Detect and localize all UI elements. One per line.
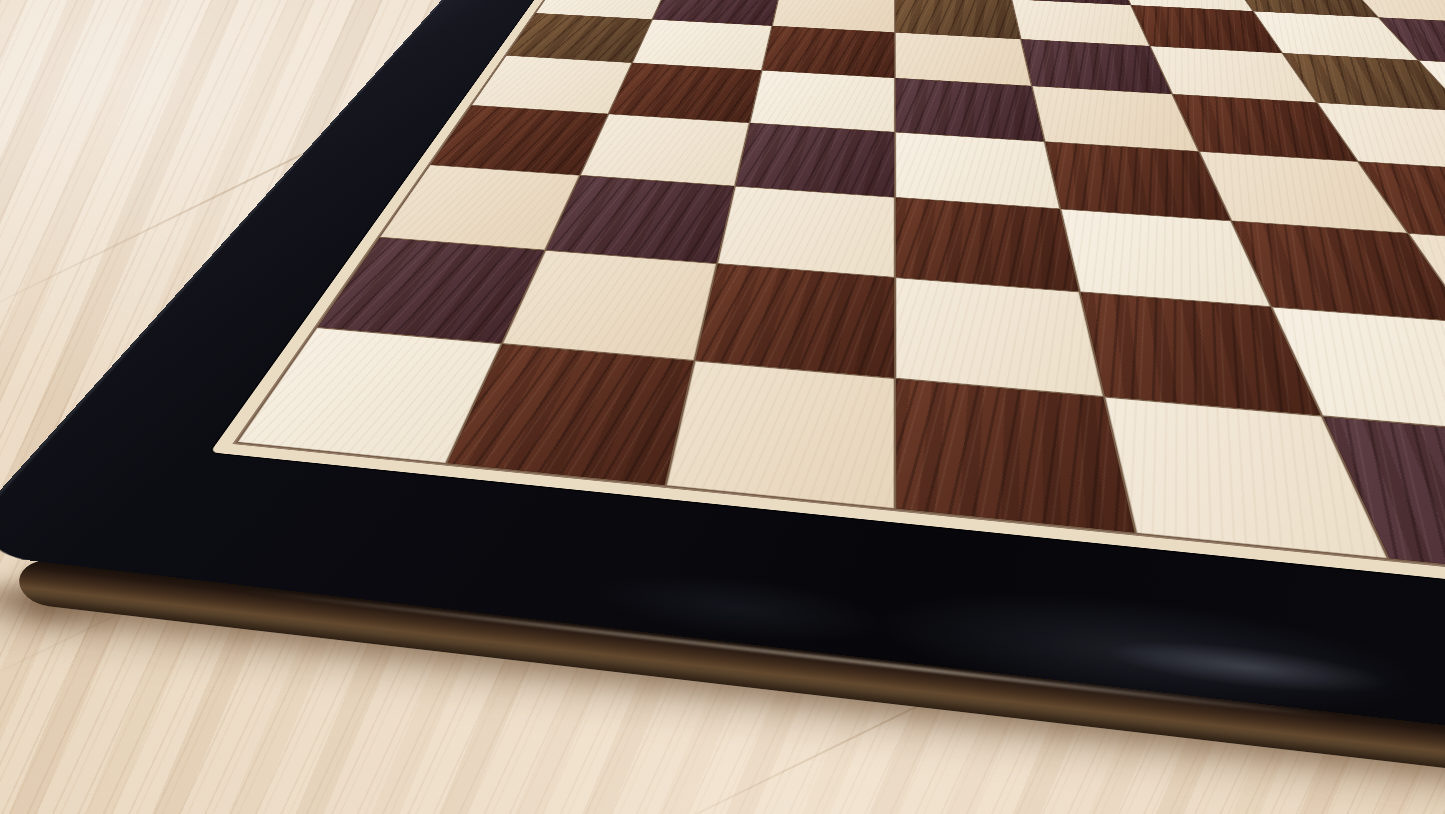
square-c2 [696, 264, 895, 378]
square-d5 [896, 78, 1044, 141]
square-a4 [431, 106, 608, 175]
square-e7 [1012, 0, 1149, 46]
square-d6 [895, 33, 1031, 86]
square-d3 [896, 198, 1079, 292]
square-a5 [472, 56, 631, 114]
square-a3 [380, 165, 579, 250]
square-c1 [667, 361, 894, 508]
square-d4 [896, 132, 1060, 208]
square-d1 [896, 379, 1135, 533]
square-b4 [581, 114, 749, 186]
square-e6 [1021, 39, 1171, 93]
square-c5 [750, 71, 894, 132]
maple-inlay-border [210, 0, 1445, 664]
square-c6 [762, 26, 894, 78]
square-c3 [718, 187, 894, 278]
square-b6 [633, 20, 772, 70]
perspective-wrapper [0, 0, 1445, 814]
square-c4 [736, 123, 895, 197]
square-d2 [896, 278, 1103, 396]
photo-scene [0, 0, 1445, 814]
square-a6 [507, 13, 652, 62]
playing-field [235, 0, 1445, 645]
board-frame [0, 0, 1445, 814]
square-b5 [609, 63, 761, 123]
square-b3 [546, 176, 734, 263]
